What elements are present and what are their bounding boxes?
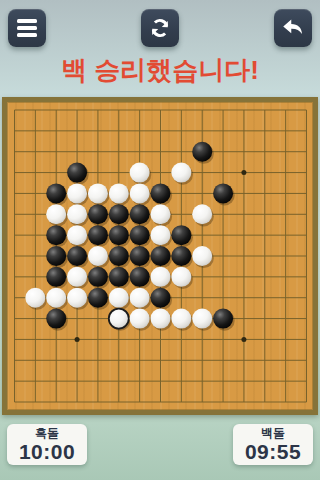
white-stone — [67, 204, 87, 224]
black-stone — [109, 225, 129, 245]
white-timer-card: 백돌 09:55 — [233, 424, 313, 465]
black-stone — [213, 309, 233, 329]
white-stone-last-move — [109, 309, 129, 329]
white-stone — [109, 183, 129, 203]
gomoku-app: 백 승리했습니다! 흑돌 10:00 백돌 — [0, 0, 320, 480]
black-stone — [109, 246, 129, 266]
black-stone — [151, 246, 171, 266]
black-timer-value: 10:00 — [19, 440, 75, 463]
undo-button[interactable] — [274, 9, 312, 47]
white-stone — [192, 309, 212, 329]
black-stone — [130, 225, 150, 245]
white-stone — [88, 183, 108, 203]
star-point — [241, 170, 246, 175]
black-stone — [130, 246, 150, 266]
white-stone — [151, 267, 171, 287]
black-stone — [46, 267, 66, 287]
black-stone — [46, 225, 66, 245]
white-stone — [67, 225, 87, 245]
white-stone — [192, 204, 212, 224]
white-timer-value: 09:55 — [245, 440, 301, 463]
white-stone — [67, 183, 87, 203]
white-stone — [67, 288, 87, 308]
white-stone — [130, 288, 150, 308]
black-stone — [46, 309, 66, 329]
black-stone — [88, 288, 108, 308]
white-stone — [151, 225, 171, 245]
white-stone — [130, 163, 150, 183]
white-stone — [25, 288, 45, 308]
black-timer-label: 흑돌 — [35, 426, 59, 440]
black-stone — [67, 246, 87, 266]
black-stone — [171, 225, 191, 245]
white-stone — [109, 288, 129, 308]
black-stone — [88, 225, 108, 245]
white-stone — [171, 267, 191, 287]
win-banner: 백 승리했습니다! — [0, 53, 320, 88]
white-stone — [88, 246, 108, 266]
white-stone — [46, 204, 66, 224]
white-stone — [192, 246, 212, 266]
black-stone — [151, 183, 171, 203]
white-stone — [171, 309, 191, 329]
star-point — [75, 337, 80, 342]
black-stone — [192, 142, 212, 162]
star-point — [241, 337, 246, 342]
black-stone — [46, 246, 66, 266]
black-stone — [171, 246, 191, 266]
black-stone — [130, 267, 150, 287]
board-grid — [7, 102, 313, 410]
white-stone — [151, 309, 171, 329]
white-stone — [171, 163, 191, 183]
refresh-icon — [147, 15, 173, 41]
black-timer-card: 흑돌 10:00 — [7, 424, 87, 465]
black-stone — [88, 204, 108, 224]
black-stone — [151, 288, 171, 308]
hamburger-menu-icon — [17, 19, 37, 37]
black-stone — [67, 163, 87, 183]
game-board[interactable] — [2, 97, 318, 415]
white-stone — [130, 183, 150, 203]
black-stone — [109, 204, 129, 224]
black-stone — [46, 183, 66, 203]
black-stone — [130, 204, 150, 224]
white-stone — [46, 288, 66, 308]
white-stone — [67, 267, 87, 287]
undo-arrow-icon — [280, 15, 306, 41]
white-stone — [151, 204, 171, 224]
menu-button[interactable] — [8, 9, 46, 47]
black-stone — [213, 183, 233, 203]
black-stone — [109, 267, 129, 287]
white-stone — [130, 309, 150, 329]
black-stone — [88, 267, 108, 287]
white-timer-label: 백돌 — [261, 426, 285, 440]
restart-button[interactable] — [141, 9, 179, 47]
